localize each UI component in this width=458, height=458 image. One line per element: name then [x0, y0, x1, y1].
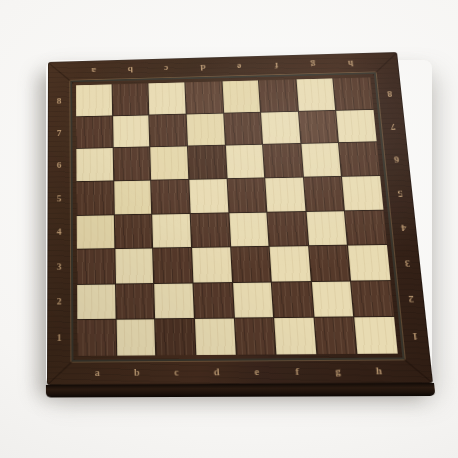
square-b4: [114, 214, 152, 248]
square-f3: [270, 246, 311, 281]
coord-label-top-d: d: [184, 57, 221, 77]
square-a7: [76, 116, 112, 148]
square-g4: [306, 211, 347, 246]
coord-label-top-b: b: [112, 59, 149, 79]
coord-label-bottom-e: e: [236, 360, 278, 384]
coord-label-top-h: h: [331, 53, 370, 74]
square-a6: [76, 148, 113, 181]
frame-miter-top-right: [373, 53, 397, 76]
square-g2: [312, 281, 354, 317]
coord-label-bottom-d: d: [196, 361, 237, 385]
coord-label-left-8: 8: [48, 85, 71, 117]
square-c8: [149, 82, 186, 114]
coord-label-top-g: g: [294, 54, 333, 75]
square-b1: [116, 320, 155, 356]
coord-label-top-c: c: [148, 58, 185, 78]
coord-label-bottom-c: c: [156, 361, 197, 385]
coord-label-right-2: 2: [397, 280, 426, 317]
square-f1: [274, 318, 316, 354]
square-e1: [234, 318, 275, 354]
square-g3: [309, 246, 350, 281]
square-h3: [348, 245, 390, 280]
square-h2: [351, 281, 394, 317]
square-d2: [193, 283, 233, 319]
square-h1: [355, 317, 398, 354]
square-g1: [314, 318, 356, 355]
square-a1: [77, 320, 116, 356]
playing-area: [70, 72, 404, 361]
coord-label-bottom-g: g: [317, 360, 360, 384]
square-b6: [113, 147, 150, 180]
coord-label-left-2: 2: [47, 284, 71, 320]
coord-label-right-7: 7: [379, 109, 406, 142]
coord-label-top-a: a: [76, 60, 112, 80]
square-a3: [77, 249, 115, 284]
coord-label-bottom-a: a: [78, 361, 118, 384]
square-a8: [76, 84, 112, 116]
square-d1: [195, 319, 235, 355]
square-h8: [334, 77, 374, 109]
square-d4: [191, 213, 230, 247]
square-d5: [189, 179, 228, 213]
square-f4: [267, 212, 307, 246]
square-c3: [153, 248, 192, 283]
square-c6: [150, 147, 188, 180]
chess-grid: [76, 77, 398, 356]
square-d6: [188, 146, 226, 179]
square-b2: [116, 284, 155, 319]
square-d8: [185, 81, 222, 113]
product-photo-background: abcdefgh abcdefgh 87654321 87654321: [0, 0, 458, 458]
coord-label-right-8: 8: [376, 77, 403, 110]
square-e7: [224, 112, 262, 145]
square-b5: [114, 180, 152, 213]
square-h7: [337, 110, 377, 143]
square-h5: [342, 176, 383, 210]
coord-label-left-4: 4: [47, 215, 71, 249]
coord-label-left-7: 7: [48, 117, 71, 150]
square-b7: [113, 115, 150, 147]
square-g6: [301, 143, 341, 176]
square-f2: [272, 282, 313, 318]
square-h6: [339, 142, 380, 175]
coord-label-left-1: 1: [47, 320, 71, 357]
square-g8: [296, 78, 335, 110]
file-labels-bottom: abcdefgh: [78, 359, 401, 384]
square-a2: [77, 284, 115, 319]
square-g5: [304, 177, 344, 211]
square-e8: [222, 80, 260, 112]
square-e5: [227, 178, 266, 212]
coord-label-bottom-f: f: [276, 360, 318, 384]
square-c1: [155, 319, 195, 355]
square-f7: [261, 111, 300, 144]
rank-labels-left: 87654321: [47, 85, 71, 356]
coord-label-left-6: 6: [48, 149, 71, 182]
square-c7: [150, 114, 187, 146]
coord-label-left-5: 5: [48, 182, 71, 216]
square-f5: [265, 177, 305, 211]
square-b3: [115, 249, 153, 284]
coord-label-right-6: 6: [383, 142, 411, 176]
coord-label-right-5: 5: [386, 175, 414, 210]
square-f8: [259, 79, 298, 111]
square-b8: [112, 83, 148, 115]
square-c4: [152, 214, 191, 248]
board-side-edge: [46, 383, 436, 398]
square-e2: [233, 282, 274, 318]
square-c2: [154, 283, 193, 318]
square-a5: [76, 181, 113, 214]
square-d3: [192, 247, 232, 282]
square-e6: [225, 145, 264, 178]
coord-label-right-1: 1: [400, 316, 429, 353]
square-c5: [151, 180, 189, 214]
coord-label-right-3: 3: [393, 244, 422, 280]
square-e4: [229, 212, 269, 246]
square-a4: [77, 215, 114, 249]
coord-label-top-f: f: [257, 55, 295, 76]
coord-label-top-e: e: [220, 56, 258, 76]
coord-label-left-3: 3: [47, 249, 71, 284]
coord-label-right-4: 4: [390, 209, 418, 244]
frame-miter-bottom-left: [48, 359, 75, 385]
coord-label-bottom-h: h: [357, 359, 400, 383]
coord-label-bottom-b: b: [117, 361, 157, 384]
frame-miter-bottom-right: [401, 356, 432, 382]
square-h4: [345, 210, 387, 245]
square-e3: [231, 247, 271, 282]
square-d7: [187, 113, 225, 145]
chessboard: abcdefgh abcdefgh 87654321 87654321: [47, 52, 433, 385]
square-f6: [263, 144, 302, 177]
square-g7: [299, 110, 339, 143]
